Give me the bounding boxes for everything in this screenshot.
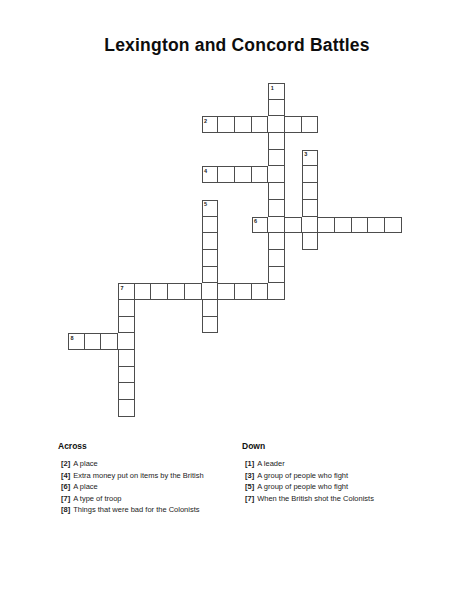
void-cell xyxy=(168,100,185,117)
void-cell xyxy=(68,150,85,167)
void-cell xyxy=(135,200,152,217)
void-cell xyxy=(135,250,152,267)
void-cell xyxy=(285,350,302,367)
void-cell xyxy=(101,267,118,284)
void-cell xyxy=(352,150,369,167)
void-cell xyxy=(168,183,185,200)
void-cell xyxy=(385,233,402,250)
void-cell xyxy=(202,150,219,167)
clue-item: [1]A leader xyxy=(245,460,374,468)
void-cell xyxy=(101,183,118,200)
clue-item: [8]Things that were bad for the Colonist… xyxy=(61,506,204,514)
grid-cell[interactable] xyxy=(352,217,369,234)
void-cell xyxy=(168,116,185,133)
void-cell xyxy=(385,150,402,167)
grid-cell[interactable]: 5 xyxy=(202,200,219,217)
void-cell xyxy=(185,317,202,334)
void-cell xyxy=(68,200,85,217)
clue-item: [7]When the British shot the Colonists xyxy=(245,495,374,503)
void-cell xyxy=(252,317,269,334)
void-cell xyxy=(151,350,168,367)
void-cell xyxy=(268,333,285,350)
grid-cell[interactable] xyxy=(235,116,252,133)
cell-number: 5 xyxy=(204,201,207,207)
void-cell xyxy=(135,133,152,150)
void-cell xyxy=(352,116,369,133)
void-cell xyxy=(352,400,369,417)
void-cell xyxy=(352,183,369,200)
void-cell xyxy=(135,217,152,234)
void-cell xyxy=(235,133,252,150)
clue-item: [2]A place xyxy=(61,460,204,468)
void-cell xyxy=(252,267,269,284)
void-cell xyxy=(85,183,102,200)
void-cell xyxy=(85,200,102,217)
void-cell xyxy=(185,150,202,167)
grid-cell[interactable] xyxy=(118,300,135,317)
void-cell xyxy=(352,317,369,334)
void-cell xyxy=(318,200,335,217)
void-cell xyxy=(151,300,168,317)
void-cell xyxy=(85,150,102,167)
worksheet-page: Lexington and Concord Battles 12345678 A… xyxy=(0,0,474,613)
clue-number: [4] xyxy=(61,471,70,480)
grid-cell[interactable] xyxy=(118,317,135,334)
void-cell xyxy=(202,333,219,350)
void-cell xyxy=(335,383,352,400)
void-cell xyxy=(285,200,302,217)
void-cell xyxy=(352,350,369,367)
void-cell xyxy=(68,400,85,417)
void-cell xyxy=(335,100,352,117)
void-cell xyxy=(185,367,202,384)
void-cell xyxy=(168,233,185,250)
void-cell xyxy=(252,233,269,250)
void-cell xyxy=(318,283,335,300)
void-cell xyxy=(168,133,185,150)
grid-cell[interactable] xyxy=(202,283,219,300)
void-cell xyxy=(168,383,185,400)
grid-cell[interactable] xyxy=(135,283,152,300)
void-cell xyxy=(252,200,269,217)
grid-cell[interactable] xyxy=(268,217,285,234)
grid-cell[interactable] xyxy=(268,250,285,267)
grid-cell[interactable] xyxy=(268,150,285,167)
void-cell xyxy=(302,133,319,150)
void-cell xyxy=(318,333,335,350)
void-cell xyxy=(352,250,369,267)
grid-cell[interactable] xyxy=(218,116,235,133)
void-cell xyxy=(252,250,269,267)
void-cell xyxy=(85,217,102,234)
grid-cell[interactable] xyxy=(302,200,319,217)
void-cell xyxy=(218,150,235,167)
void-cell xyxy=(335,183,352,200)
void-cell xyxy=(302,350,319,367)
void-cell xyxy=(85,400,102,417)
void-cell xyxy=(335,116,352,133)
void-cell xyxy=(151,116,168,133)
void-cell xyxy=(135,150,152,167)
void-cell xyxy=(118,83,135,100)
void-cell xyxy=(202,400,219,417)
void-cell xyxy=(185,183,202,200)
void-cell xyxy=(302,267,319,284)
void-cell xyxy=(302,367,319,384)
grid-cell[interactable] xyxy=(235,283,252,300)
grid-cell[interactable] xyxy=(151,283,168,300)
void-cell xyxy=(252,383,269,400)
void-cell xyxy=(185,267,202,284)
void-cell xyxy=(252,367,269,384)
void-cell xyxy=(385,333,402,350)
void-cell xyxy=(151,383,168,400)
void-cell xyxy=(135,367,152,384)
void-cell xyxy=(385,100,402,117)
void-cell xyxy=(168,400,185,417)
grid-cell[interactable] xyxy=(252,283,269,300)
void-cell xyxy=(85,383,102,400)
void-cell xyxy=(335,150,352,167)
void-cell xyxy=(385,300,402,317)
void-cell xyxy=(235,100,252,117)
void-cell xyxy=(151,133,168,150)
void-cell xyxy=(85,250,102,267)
grid-cell[interactable] xyxy=(268,283,285,300)
void-cell xyxy=(318,183,335,200)
void-cell xyxy=(368,133,385,150)
void-cell xyxy=(335,350,352,367)
grid-cell[interactable] xyxy=(368,217,385,234)
void-cell xyxy=(235,383,252,400)
void-cell xyxy=(285,183,302,200)
void-cell xyxy=(168,150,185,167)
grid-cell[interactable]: 1 xyxy=(268,83,285,100)
void-cell xyxy=(85,317,102,334)
void-cell xyxy=(368,233,385,250)
grid-cell[interactable] xyxy=(302,233,319,250)
grid-cell[interactable] xyxy=(118,333,135,350)
void-cell xyxy=(202,133,219,150)
void-cell xyxy=(285,400,302,417)
clue-number: [6] xyxy=(61,482,70,491)
void-cell xyxy=(151,250,168,267)
void-cell xyxy=(352,300,369,317)
void-cell xyxy=(335,200,352,217)
void-cell xyxy=(185,350,202,367)
void-cell xyxy=(285,233,302,250)
grid-cell[interactable] xyxy=(235,166,252,183)
void-cell xyxy=(101,100,118,117)
void-cell xyxy=(368,200,385,217)
void-cell xyxy=(218,333,235,350)
grid-cell[interactable] xyxy=(118,367,135,384)
grid-cell[interactable] xyxy=(385,217,402,234)
void-cell xyxy=(101,317,118,334)
void-cell xyxy=(285,333,302,350)
void-cell xyxy=(168,200,185,217)
void-cell xyxy=(318,116,335,133)
void-cell xyxy=(368,300,385,317)
void-cell xyxy=(335,283,352,300)
grid-cell[interactable] xyxy=(252,116,269,133)
void-cell xyxy=(368,400,385,417)
void-cell xyxy=(352,166,369,183)
crossword-board: 12345678 xyxy=(68,83,402,417)
grid-cell[interactable] xyxy=(268,166,285,183)
void-cell xyxy=(135,183,152,200)
grid-cell[interactable] xyxy=(118,400,135,417)
void-cell xyxy=(335,333,352,350)
void-cell xyxy=(385,367,402,384)
void-cell xyxy=(135,100,152,117)
void-cell xyxy=(285,166,302,183)
void-cell xyxy=(385,383,402,400)
clue-text: A place xyxy=(73,482,98,491)
grid-cell[interactable] xyxy=(268,200,285,217)
void-cell xyxy=(118,150,135,167)
void-cell xyxy=(302,83,319,100)
void-cell xyxy=(85,350,102,367)
void-cell xyxy=(218,183,235,200)
void-cell xyxy=(285,317,302,334)
void-cell xyxy=(352,333,369,350)
void-cell xyxy=(85,367,102,384)
void-cell xyxy=(235,367,252,384)
void-cell xyxy=(235,250,252,267)
void-cell xyxy=(335,133,352,150)
void-cell xyxy=(101,116,118,133)
void-cell xyxy=(252,100,269,117)
void-cell xyxy=(252,333,269,350)
grid-cell[interactable] xyxy=(302,166,319,183)
grid-cell[interactable]: 7 xyxy=(118,283,135,300)
clue-text: A place xyxy=(73,459,98,468)
void-cell xyxy=(352,233,369,250)
void-cell xyxy=(268,367,285,384)
grid-cell[interactable]: 6 xyxy=(252,217,269,234)
grid-cell[interactable] xyxy=(252,166,269,183)
grid-cell[interactable] xyxy=(302,217,319,234)
void-cell xyxy=(218,133,235,150)
void-cell xyxy=(385,116,402,133)
void-cell xyxy=(185,333,202,350)
void-cell xyxy=(185,300,202,317)
grid-cell[interactable] xyxy=(285,217,302,234)
void-cell xyxy=(135,166,152,183)
grid-cell[interactable] xyxy=(85,333,102,350)
void-cell xyxy=(318,133,335,150)
void-cell xyxy=(302,333,319,350)
void-cell xyxy=(285,133,302,150)
void-cell xyxy=(318,300,335,317)
void-cell xyxy=(335,250,352,267)
void-cell xyxy=(318,150,335,167)
void-cell xyxy=(185,166,202,183)
clue-number: [7] xyxy=(61,494,70,503)
void-cell xyxy=(68,217,85,234)
void-cell xyxy=(335,83,352,100)
void-cell xyxy=(218,83,235,100)
void-cell xyxy=(135,333,152,350)
void-cell xyxy=(218,250,235,267)
grid-cell[interactable] xyxy=(318,217,335,234)
void-cell xyxy=(252,400,269,417)
void-cell xyxy=(252,150,269,167)
void-cell xyxy=(118,267,135,284)
grid-cell[interactable] xyxy=(268,116,285,133)
void-cell xyxy=(151,200,168,217)
void-cell xyxy=(85,283,102,300)
void-cell xyxy=(118,116,135,133)
void-cell xyxy=(368,350,385,367)
void-cell xyxy=(302,400,319,417)
void-cell xyxy=(235,333,252,350)
void-cell xyxy=(151,317,168,334)
void-cell xyxy=(101,400,118,417)
void-cell xyxy=(68,383,85,400)
clue-item: [3]A group of people who fight xyxy=(245,472,374,480)
void-cell xyxy=(101,233,118,250)
void-cell xyxy=(151,367,168,384)
void-cell xyxy=(101,350,118,367)
grid-cell[interactable] xyxy=(302,183,319,200)
grid-cell[interactable] xyxy=(268,133,285,150)
void-cell xyxy=(151,333,168,350)
void-cell xyxy=(235,200,252,217)
void-cell xyxy=(335,317,352,334)
void-cell xyxy=(368,383,385,400)
void-cell xyxy=(135,400,152,417)
void-cell xyxy=(218,100,235,117)
grid-cell[interactable] xyxy=(118,350,135,367)
void-cell xyxy=(318,233,335,250)
clue-number: [5] xyxy=(245,482,254,491)
grid-cell[interactable] xyxy=(202,267,219,284)
grid-cell[interactable]: 8 xyxy=(68,333,85,350)
clue-item: [4]Extra money put on items by the Briti… xyxy=(61,472,204,480)
void-cell xyxy=(118,133,135,150)
void-cell xyxy=(85,116,102,133)
void-cell xyxy=(135,383,152,400)
void-cell xyxy=(85,83,102,100)
grid-cell[interactable] xyxy=(268,267,285,284)
grid-cell[interactable] xyxy=(268,100,285,117)
grid-cell[interactable] xyxy=(202,317,219,334)
void-cell xyxy=(135,116,152,133)
void-cell xyxy=(352,83,369,100)
void-cell xyxy=(101,250,118,267)
void-cell xyxy=(168,250,185,267)
grid-cell[interactable] xyxy=(202,233,219,250)
void-cell xyxy=(168,217,185,234)
grid-cell[interactable] xyxy=(268,233,285,250)
grid-cell[interactable] xyxy=(335,217,352,234)
grid-cell[interactable] xyxy=(302,116,319,133)
void-cell xyxy=(101,166,118,183)
cell-number: 8 xyxy=(71,335,74,341)
grid-cell[interactable] xyxy=(202,250,219,267)
void-cell xyxy=(318,100,335,117)
void-cell xyxy=(168,333,185,350)
grid-cell[interactable] xyxy=(202,217,219,234)
void-cell xyxy=(218,233,235,250)
void-cell xyxy=(235,150,252,167)
across-clues-section: Across [2]A place[4]Extra money put on i… xyxy=(58,441,204,518)
grid-cell[interactable] xyxy=(118,383,135,400)
void-cell xyxy=(168,83,185,100)
void-cell xyxy=(202,83,219,100)
void-cell xyxy=(318,400,335,417)
void-cell xyxy=(218,367,235,384)
void-cell xyxy=(68,100,85,117)
grid-cell[interactable]: 2 xyxy=(202,116,219,133)
void-cell xyxy=(185,133,202,150)
void-cell xyxy=(168,350,185,367)
clue-text: A group of people who fight xyxy=(257,471,348,480)
void-cell xyxy=(318,267,335,284)
void-cell xyxy=(285,283,302,300)
grid-cell[interactable] xyxy=(168,283,185,300)
void-cell xyxy=(135,83,152,100)
void-cell xyxy=(285,383,302,400)
void-cell xyxy=(85,233,102,250)
void-cell xyxy=(85,100,102,117)
void-cell xyxy=(68,233,85,250)
void-cell xyxy=(218,400,235,417)
void-cell xyxy=(135,233,152,250)
down-clues-section: Down [1]A leader[3]A group of people who… xyxy=(242,441,374,506)
void-cell xyxy=(368,317,385,334)
void-cell xyxy=(352,267,369,284)
void-cell xyxy=(352,133,369,150)
void-cell xyxy=(235,217,252,234)
void-cell xyxy=(268,400,285,417)
grid-cell[interactable] xyxy=(101,333,118,350)
void-cell xyxy=(318,350,335,367)
clue-number: [2] xyxy=(61,459,70,468)
cell-number: 1 xyxy=(271,85,274,91)
void-cell xyxy=(318,83,335,100)
void-cell xyxy=(68,317,85,334)
void-cell xyxy=(118,100,135,117)
void-cell xyxy=(235,350,252,367)
void-cell xyxy=(368,166,385,183)
void-cell xyxy=(118,233,135,250)
void-cell xyxy=(135,267,152,284)
clue-number: [8] xyxy=(61,505,70,514)
void-cell xyxy=(318,383,335,400)
void-cell xyxy=(352,100,369,117)
void-cell xyxy=(168,317,185,334)
grid-cell[interactable] xyxy=(285,116,302,133)
grid-cell[interactable] xyxy=(202,300,219,317)
grid-cell[interactable] xyxy=(185,283,202,300)
cell-number: 2 xyxy=(204,118,207,124)
void-cell xyxy=(168,267,185,284)
grid-cell[interactable] xyxy=(218,166,235,183)
grid-cell[interactable]: 4 xyxy=(202,166,219,183)
grid-cell[interactable] xyxy=(268,183,285,200)
grid-cell[interactable]: 3 xyxy=(302,150,319,167)
void-cell xyxy=(151,217,168,234)
void-cell xyxy=(101,367,118,384)
void-cell xyxy=(68,166,85,183)
void-cell xyxy=(202,100,219,117)
void-cell xyxy=(368,116,385,133)
void-cell xyxy=(101,283,118,300)
grid-cell[interactable] xyxy=(218,283,235,300)
